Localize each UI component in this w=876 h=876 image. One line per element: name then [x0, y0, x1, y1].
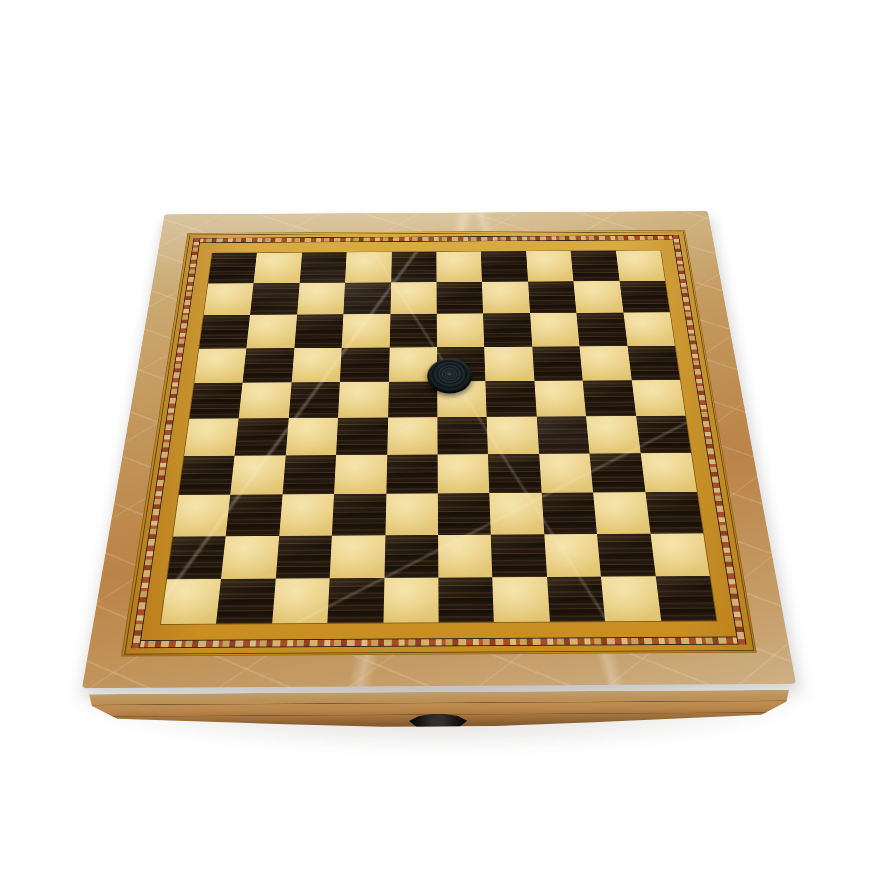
board-cell[interactable]: [254, 253, 302, 284]
board-cell[interactable]: [485, 346, 535, 381]
board-cell[interactable]: [387, 417, 438, 455]
board-cell[interactable]: [586, 416, 640, 454]
board-cell[interactable]: [297, 283, 345, 315]
board-cell[interactable]: [436, 252, 482, 283]
board-cell[interactable]: [332, 494, 386, 535]
board-cell[interactable]: [486, 381, 537, 417]
board-cell[interactable]: [583, 380, 636, 416]
board-cell[interactable]: [276, 535, 332, 578]
game-box: [78, 22, 796, 688]
board-cell[interactable]: [490, 493, 544, 534]
board-cell[interactable]: [623, 313, 675, 346]
board-cell[interactable]: [344, 283, 391, 315]
board-cell[interactable]: [345, 252, 391, 283]
board-cell[interactable]: [221, 536, 279, 579]
board-cell[interactable]: [493, 577, 550, 622]
board-cell[interactable]: [487, 417, 539, 455]
board-cell[interactable]: [597, 533, 655, 576]
board-cell[interactable]: [544, 534, 601, 577]
board-cell[interactable]: [286, 418, 339, 456]
board-cell[interactable]: [481, 251, 528, 282]
board-cell[interactable]: [247, 315, 297, 348]
board-cell[interactable]: [547, 576, 605, 621]
board-cell[interactable]: [334, 455, 387, 494]
board-cell[interactable]: [631, 380, 685, 416]
board-cell[interactable]: [235, 418, 289, 456]
board-cell[interactable]: [438, 493, 491, 534]
board-cell[interactable]: [199, 315, 250, 348]
board-cell[interactable]: [385, 494, 438, 535]
board-cell[interactable]: [438, 454, 490, 493]
board-cell[interactable]: [204, 283, 254, 315]
board-cell[interactable]: [593, 492, 650, 533]
board-cell[interactable]: [616, 250, 665, 281]
board-cell[interactable]: [383, 577, 439, 622]
board-cell[interactable]: [577, 313, 628, 346]
board-cell[interactable]: [482, 282, 530, 314]
board-cell[interactable]: [338, 382, 388, 418]
board-cell[interactable]: [243, 348, 294, 383]
board-cell[interactable]: [437, 314, 485, 347]
board-cell[interactable]: [438, 577, 494, 622]
board-frame: [82, 211, 796, 688]
board-cell[interactable]: [483, 313, 532, 346]
board-cell[interactable]: [571, 251, 620, 282]
board-cell[interactable]: [384, 535, 438, 578]
board-cell[interactable]: [216, 578, 275, 623]
board-cell[interactable]: [640, 453, 697, 492]
board-cell[interactable]: [342, 314, 390, 347]
board-cell[interactable]: [328, 578, 385, 623]
inlay-border-band: [121, 230, 757, 657]
board-cell[interactable]: [530, 313, 580, 346]
board-cell[interactable]: [627, 346, 680, 381]
black-draughts-piece[interactable]: [427, 358, 472, 394]
board-cell[interactable]: [173, 495, 230, 536]
board-cell[interactable]: [194, 348, 246, 383]
board-cell[interactable]: [488, 454, 541, 493]
board-cell[interactable]: [619, 281, 669, 313]
board-cell[interactable]: [526, 251, 574, 282]
board-cell[interactable]: [282, 455, 336, 494]
board-cell[interactable]: [389, 314, 437, 347]
board-cell[interactable]: [340, 347, 389, 382]
box-lid: [82, 211, 796, 688]
board-cell[interactable]: [294, 315, 343, 348]
board-cell[interactable]: [386, 455, 438, 494]
board-cell[interactable]: [532, 346, 583, 381]
board-cell[interactable]: [226, 495, 282, 536]
board-cell[interactable]: [208, 253, 257, 284]
board-cell[interactable]: [279, 494, 334, 535]
board-cell[interactable]: [300, 252, 347, 283]
inlay-strip-top: [193, 235, 680, 243]
board-cell[interactable]: [272, 578, 330, 623]
board-cell[interactable]: [636, 416, 691, 454]
checkerboard-grid: [161, 250, 717, 624]
board-cell[interactable]: [650, 533, 709, 576]
board-cell[interactable]: [534, 380, 586, 416]
board-cell[interactable]: [179, 456, 235, 495]
board-cell[interactable]: [250, 283, 299, 315]
board-cell[interactable]: [390, 282, 437, 314]
board-cell[interactable]: [528, 281, 577, 313]
board-cell[interactable]: [574, 281, 624, 313]
board-cell[interactable]: [541, 493, 597, 534]
board-cell[interactable]: [239, 382, 292, 418]
board-cell[interactable]: [388, 381, 438, 417]
board-cell[interactable]: [391, 252, 437, 283]
board-cell[interactable]: [189, 383, 243, 419]
board-cell[interactable]: [601, 576, 661, 621]
photo-scene: [0, 0, 876, 876]
board-cell[interactable]: [231, 456, 286, 495]
board-cell[interactable]: [437, 282, 484, 314]
board-cell[interactable]: [330, 535, 385, 578]
board-cell[interactable]: [580, 346, 632, 381]
board-cell[interactable]: [537, 416, 590, 454]
board-cell[interactable]: [491, 534, 547, 577]
board-cell[interactable]: [539, 454, 593, 493]
board-cell[interactable]: [167, 536, 226, 579]
board-cell[interactable]: [655, 576, 716, 621]
board-cell[interactable]: [184, 418, 239, 456]
board-cell[interactable]: [437, 417, 488, 455]
board-cell[interactable]: [289, 382, 340, 418]
board-cell[interactable]: [438, 534, 493, 577]
board-cell[interactable]: [437, 347, 486, 382]
board-cell[interactable]: [161, 579, 221, 624]
board-cell[interactable]: [336, 418, 388, 456]
board-cell[interactable]: [645, 492, 703, 533]
inlay-strip-bottom: [131, 636, 746, 648]
board-cell[interactable]: [590, 453, 645, 492]
board-cell[interactable]: [291, 348, 341, 383]
